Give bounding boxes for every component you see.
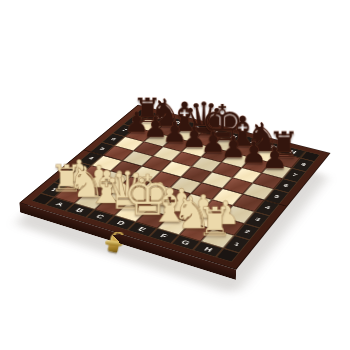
product-photo: ABCDEFGH8877665544332211ABCDEFGH ♜♞♝♛♚♝♞…	[0, 0, 350, 350]
chess-board: ABCDEFGH8877665544332211ABCDEFGH ♜♞♝♛♚♝♞…	[20, 105, 331, 270]
scene: ABCDEFGH8877665544332211ABCDEFGH ♜♞♝♛♚♝♞…	[0, 0, 350, 350]
